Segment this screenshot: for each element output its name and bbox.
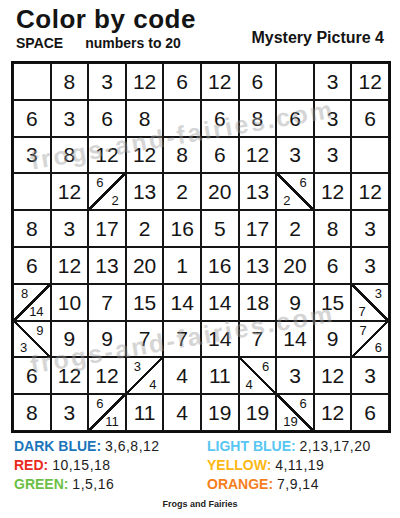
cell-number: 3: [327, 144, 339, 165]
cell-number: 6: [214, 108, 226, 129]
grid-cell-r1c7[interactable]: 6: [239, 63, 277, 100]
grid-cell-r10c10[interactable]: 6: [351, 394, 389, 431]
grid-cell-r3c7[interactable]: 12: [239, 137, 277, 174]
cell-number: 13: [246, 255, 269, 276]
grid-cell-r10c6[interactable]: 19: [201, 394, 239, 431]
cell-number: 3: [101, 71, 113, 92]
cell-number: 12: [58, 255, 81, 276]
grid-cell-r9c10[interactable]: 3: [351, 357, 389, 394]
cell-number: 2: [289, 218, 301, 239]
grid-cell-r9c9[interactable]: 12: [314, 357, 352, 394]
grid-cell-r8c3[interactable]: 9: [88, 321, 126, 358]
legend-color-label: LIGHT BLUE:: [207, 438, 300, 454]
grid-cell-r6c3[interactable]: 13: [88, 247, 126, 284]
legend-item-light-blue: LIGHT BLUE: 2,13,17,20: [207, 438, 371, 457]
legend-color-label: YELLOW:: [207, 457, 275, 473]
cell-number: 12: [321, 402, 344, 423]
cell-number: 12: [133, 71, 156, 92]
cell-number: 6: [26, 255, 38, 276]
grid-cell-r4c8[interactable]: 62: [276, 173, 314, 210]
cell-number: 15: [321, 292, 344, 313]
cell-number: 3: [64, 218, 76, 239]
cell-number: 13: [95, 255, 118, 276]
legend-item-green: GREEN: 1,5,16: [14, 476, 160, 495]
grid-cell-r3c1[interactable]: 3: [13, 137, 51, 174]
cell-number: 8: [64, 71, 76, 92]
cell-number: 6: [26, 108, 38, 129]
cell-number: 3: [364, 218, 376, 239]
cell-number: 4: [176, 402, 188, 423]
grid-cell-r8c2[interactable]: 9: [51, 321, 89, 358]
grid-cell-r3c10[interactable]: [351, 137, 389, 174]
grid-cell-r8c6[interactable]: 14: [201, 321, 239, 358]
grid-cell-r8c4[interactable]: 7: [126, 321, 164, 358]
grid-cell-r9c1[interactable]: 6: [13, 357, 51, 394]
cell-number: 6: [26, 365, 38, 386]
grid-cell-r4c7[interactable]: 13: [239, 173, 277, 210]
grid-cell-r10c2[interactable]: 3: [51, 394, 89, 431]
grid-cell-r3c2[interactable]: 8: [51, 137, 89, 174]
grid-cell-r9c6[interactable]: 11: [201, 357, 239, 394]
grid-cell-r6c2[interactable]: 12: [51, 247, 89, 284]
cell-number: 8: [139, 108, 151, 129]
grid-cell-r5c1[interactable]: 8: [13, 210, 51, 247]
grid-cell-r1c4[interactable]: 12: [126, 63, 164, 100]
grid-cell-r3c9[interactable]: 3: [314, 137, 352, 174]
cell-number: 19: [246, 402, 269, 423]
page-title: Color by code: [16, 4, 196, 35]
subtitle-range: numbers to 20: [85, 35, 181, 51]
grid-cell-r6c8[interactable]: 20: [276, 247, 314, 284]
cell-number: 16: [171, 218, 194, 239]
cell-number: 12: [359, 71, 382, 92]
cell-number: 14: [283, 328, 306, 349]
grid-cell-r5c6[interactable]: 5: [201, 210, 239, 247]
grid-cell-r2c5[interactable]: [163, 100, 201, 137]
cell-number: 6: [364, 108, 376, 129]
cell-number: 3: [289, 144, 301, 165]
cell-number: 8: [64, 144, 76, 165]
cell-number: 7: [101, 292, 113, 313]
cell-number: 6: [327, 255, 339, 276]
grid-cell-r1c2[interactable]: 8: [51, 63, 89, 100]
grid-cell-r5c3[interactable]: 17: [88, 210, 126, 247]
grid-cell-r7c1[interactable]: 814: [13, 284, 51, 321]
grid-cell-r5c5[interactable]: 16: [163, 210, 201, 247]
cell-number: 12: [95, 365, 118, 386]
cell-number: 20: [208, 181, 231, 202]
grid-cell-r8c9[interactable]: 9: [314, 321, 352, 358]
cell-number: 3: [64, 402, 76, 423]
cell-number: 13: [246, 181, 269, 202]
grid-cell-r6c9[interactable]: 6: [314, 247, 352, 284]
grid-cell-r3c3[interactable]: 12: [88, 137, 126, 174]
grid-cell-r2c7[interactable]: 8: [239, 100, 277, 137]
grid-cell-r2c8[interactable]: 6: [276, 100, 314, 137]
grid-cell-r4c5[interactable]: 2: [163, 173, 201, 210]
cell-number-bl: 19: [283, 415, 297, 428]
cell-number: 6: [364, 402, 376, 423]
grid-cell-r4c9[interactable]: 12: [314, 173, 352, 210]
grid-cell-r8c1[interactable]: 93: [13, 321, 51, 358]
legend-col-right: LIGHT BLUE: 2,13,17,20YELLOW: 4,11,19ORA…: [207, 438, 371, 495]
grid-cell-r9c4[interactable]: 34: [126, 357, 164, 394]
cell-number: 9: [101, 328, 113, 349]
cell-number: 11: [209, 365, 231, 386]
cell-number: 9: [64, 328, 76, 349]
cell-number-tl: 7: [359, 324, 366, 337]
cell-number-br: 4: [149, 378, 156, 391]
cell-number: 12: [359, 181, 382, 202]
legend-color-label: GREEN:: [14, 476, 72, 492]
grid-cell-r5c2[interactable]: 3: [51, 210, 89, 247]
grid-cell-r9c5[interactable]: 4: [163, 357, 201, 394]
cell-number-tr: 6: [300, 176, 307, 189]
grid-cell-r1c9[interactable]: 3: [314, 63, 352, 100]
grid-cell-r4c3[interactable]: 62: [88, 173, 126, 210]
legend-color-label: RED:: [14, 457, 52, 473]
cell-number-tl: 6: [96, 176, 103, 189]
grid-cell-r10c1[interactable]: 8: [13, 394, 51, 431]
cell-number-bl: 3: [20, 341, 27, 354]
cell-number: 19: [208, 402, 231, 423]
grid-cell-r5c10[interactable]: 3: [351, 210, 389, 247]
grid-cell-r3c8[interactable]: 3: [276, 137, 314, 174]
cell-number: 7: [176, 328, 188, 349]
cell-number: 3: [327, 108, 339, 129]
legend-color-label: DARK BLUE:: [14, 438, 105, 454]
grid-cell-r7c2[interactable]: 10: [51, 284, 89, 321]
grid-cell-r6c6[interactable]: 16: [201, 247, 239, 284]
grid-cell-r7c5[interactable]: 14: [163, 284, 201, 321]
cell-number: 9: [327, 328, 339, 349]
cell-number-bl: 4: [246, 378, 253, 391]
grid-cell-r1c8[interactable]: [276, 63, 314, 100]
grid-cell-r7c3[interactable]: 7: [88, 284, 126, 321]
footer-credit: Frogs and Fairies: [0, 499, 400, 509]
grid-cell-r8c10[interactable]: 76: [351, 321, 389, 358]
cell-number: 7: [252, 328, 264, 349]
grid-cell-r6c1[interactable]: 6: [13, 247, 51, 284]
cell-number: 3: [364, 365, 376, 386]
grid-cell-r5c8[interactable]: 2: [276, 210, 314, 247]
grid-cell-r2c3[interactable]: 6: [88, 100, 126, 137]
legend-item-yellow: YELLOW: 4,11,19: [207, 457, 371, 476]
cell-number-tr: 6: [300, 397, 307, 410]
grid-cell-r9c8[interactable]: 3: [276, 357, 314, 394]
legend-item-dark-blue: DARK BLUE: 3,6,8,12: [14, 438, 160, 457]
cell-number: 8: [26, 402, 38, 423]
subtitle-theme: SPACE: [16, 35, 63, 51]
grid-cell-r1c5[interactable]: 6: [163, 63, 201, 100]
cell-number: 3: [26, 144, 38, 165]
cell-number: 20: [283, 255, 306, 276]
cell-number: 5: [214, 218, 226, 239]
grid-cell-r8c5[interactable]: 7: [163, 321, 201, 358]
cell-number-br: 6: [375, 341, 382, 354]
cell-number: 12: [208, 71, 231, 92]
grid-cell-r9c7[interactable]: 64: [239, 357, 277, 394]
cell-number: 3: [364, 255, 376, 276]
grid-cell-r4c2[interactable]: 12: [51, 173, 89, 210]
grid-cell-r6c5[interactable]: 1: [163, 247, 201, 284]
legend-col-left: DARK BLUE: 3,6,8,12RED: 10,15,18GREEN: 1…: [14, 438, 160, 495]
grid-cell-r10c8[interactable]: 619: [276, 394, 314, 431]
grid-cell-r2c2[interactable]: 3: [51, 100, 89, 137]
cell-number: 11: [134, 402, 156, 423]
cell-number: 17: [95, 218, 118, 239]
grid-cell-r7c8[interactable]: 9: [276, 284, 314, 321]
cell-number-tr: 3: [375, 287, 382, 300]
cell-number: 12: [133, 144, 156, 165]
grid-cell-r3c4[interactable]: 12: [126, 137, 164, 174]
cell-number-tr: 6: [262, 360, 269, 373]
cell-number: 12: [95, 144, 118, 165]
cell-number: 2: [176, 181, 188, 202]
grid-cell-r6c7[interactable]: 13: [239, 247, 277, 284]
cell-number-br: 14: [29, 305, 43, 318]
legend-numbers: 1,5,16: [72, 476, 114, 492]
grid-cell-r10c3[interactable]: 611: [88, 394, 126, 431]
legend-numbers: 4,11,19: [275, 457, 324, 473]
legend-item-orange: ORANGE: 7,9,14: [207, 476, 371, 495]
grid-cell-r4c1[interactable]: [13, 173, 51, 210]
grid-cell-r4c4[interactable]: 13: [126, 173, 164, 210]
grid-cell-r7c9[interactable]: 15: [314, 284, 352, 321]
grid-cell-r5c9[interactable]: 8: [314, 210, 352, 247]
cell-number: 8: [26, 218, 38, 239]
grid-cell-r9c2[interactable]: 12: [51, 357, 89, 394]
cell-number: 12: [321, 181, 344, 202]
cell-number: 14: [208, 328, 231, 349]
cell-number: 1: [176, 255, 188, 276]
grid-cell-r10c5[interactable]: 4: [163, 394, 201, 431]
grid-cell-r8c8[interactable]: 14: [276, 321, 314, 358]
cell-number: 12: [246, 144, 269, 165]
cell-number: 6: [289, 108, 301, 129]
grid-cell-r6c10[interactable]: 3: [351, 247, 389, 284]
cell-number-tl: 8: [21, 287, 28, 300]
grid-cell-r2c10[interactable]: 6: [351, 100, 389, 137]
grid-cell-r7c7[interactable]: 18: [239, 284, 277, 321]
cell-number: 14: [208, 292, 231, 313]
cell-number: 12: [321, 365, 344, 386]
cell-number: 3: [64, 108, 76, 129]
grid-cell-r10c9[interactable]: 12: [314, 394, 352, 431]
cell-number: 7: [139, 328, 151, 349]
cell-number: 18: [246, 292, 269, 313]
cell-number: 8: [327, 218, 339, 239]
grid-cell-r3c6[interactable]: 6: [201, 137, 239, 174]
mystery-picture-label: Mystery Picture 4: [251, 29, 384, 47]
grid-cell-r7c4[interactable]: 15: [126, 284, 164, 321]
grid-cell-r1c10[interactable]: 12: [351, 63, 389, 100]
puzzle-grid: 8312612631263686863638121286123312621322…: [11, 61, 391, 433]
cell-number-tl: 3: [134, 360, 141, 373]
cell-number: 6: [176, 71, 188, 92]
cell-number-bl: 7: [358, 305, 365, 318]
cell-number: 8: [176, 144, 188, 165]
legend-color-label: ORANGE:: [207, 476, 277, 492]
cell-number-tl: 6: [96, 397, 103, 410]
cell-number: 6: [252, 71, 264, 92]
legend-numbers: 7,9,14: [277, 476, 319, 492]
grid-cell-r2c9[interactable]: 3: [314, 100, 352, 137]
cell-number: 14: [171, 292, 194, 313]
grid-cell-r3c5[interactable]: 8: [163, 137, 201, 174]
grid-cell-r10c4[interactable]: 11: [126, 394, 164, 431]
grid-cell-r9c3[interactable]: 12: [88, 357, 126, 394]
legend-numbers: 3,6,8,12: [105, 438, 160, 454]
cell-number: 2: [139, 218, 151, 239]
grid-cell-r2c1[interactable]: 6: [13, 100, 51, 137]
grid-cell-r4c6[interactable]: 20: [201, 173, 239, 210]
legend-numbers: 10,15,18: [52, 457, 111, 473]
cell-number: 6: [214, 144, 226, 165]
legend-numbers: 2,13,17,20: [300, 438, 371, 454]
grid-cell-r5c4[interactable]: 2: [126, 210, 164, 247]
grid-cell-r2c6[interactable]: 6: [201, 100, 239, 137]
grid-cell-r8c7[interactable]: 7: [239, 321, 277, 358]
grid-cell-r2c4[interactable]: 8: [126, 100, 164, 137]
grid-cell-r7c10[interactable]: 37: [351, 284, 389, 321]
cell-number: 17: [246, 218, 269, 239]
worksheet-page: Color by code SPACEnumbers to 20 Mystery…: [0, 0, 400, 518]
cell-number: 4: [176, 365, 188, 386]
cell-number: 12: [58, 365, 81, 386]
cell-number: 3: [327, 71, 339, 92]
cell-number: 10: [58, 292, 81, 313]
cell-number-bl: 2: [283, 194, 290, 207]
cell-number: 12: [58, 181, 81, 202]
cell-number-br: 11: [105, 415, 119, 428]
cell-number: 8: [252, 108, 264, 129]
legend-item-red: RED: 10,15,18: [14, 457, 160, 476]
cell-number: 3: [289, 365, 301, 386]
cell-number: 16: [208, 255, 231, 276]
grid-cell-r1c3[interactable]: 3: [88, 63, 126, 100]
subtitle: SPACEnumbers to 20: [16, 35, 181, 51]
grid-cell-r7c6[interactable]: 14: [201, 284, 239, 321]
grid-cell-r6c4[interactable]: 20: [126, 247, 164, 284]
cell-number-tr: 9: [36, 324, 43, 337]
grid-cell-r4c10[interactable]: 12: [351, 173, 389, 210]
cell-number: 20: [133, 255, 156, 276]
grid-cell-r1c1[interactable]: [13, 63, 51, 100]
cell-number: 15: [133, 292, 156, 313]
grid-cell-r5c7[interactable]: 17: [239, 210, 277, 247]
grid-cell-r10c7[interactable]: 19: [239, 394, 277, 431]
grid-cell-r1c6[interactable]: 12: [201, 63, 239, 100]
cell-number: 6: [101, 108, 113, 129]
cell-number: 9: [289, 292, 301, 313]
cell-number: 13: [133, 181, 156, 202]
cell-number-br: 2: [112, 194, 119, 207]
